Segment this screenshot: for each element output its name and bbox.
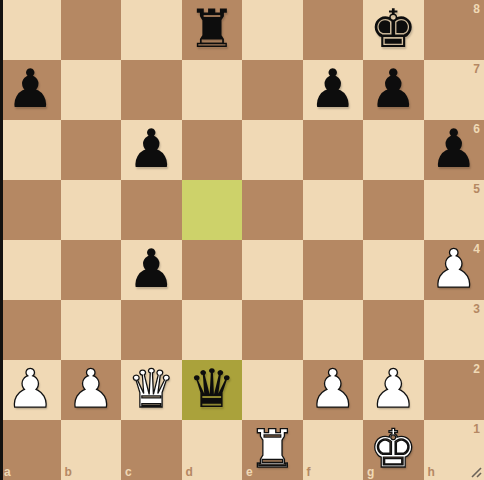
square-d5[interactable] (182, 180, 243, 240)
square-e5[interactable] (242, 180, 303, 240)
square-h6[interactable]: ♟6 (424, 120, 484, 180)
square-a5[interactable] (0, 180, 61, 240)
square-c2[interactable]: ♛ (121, 360, 182, 420)
square-e4[interactable] (242, 240, 303, 300)
piece-black-rook[interactable]: ♜ (188, 0, 236, 59)
rank-label-8: 8 (473, 3, 480, 15)
square-e3[interactable] (242, 300, 303, 360)
square-c5[interactable] (121, 180, 182, 240)
square-f5[interactable] (303, 180, 364, 240)
file-label-h: h (428, 466, 435, 478)
piece-white-pawn[interactable]: ♟ (369, 359, 417, 419)
square-b5[interactable] (61, 180, 122, 240)
chess-app-window: ♜♚8♟♟♟7♟♟65♟♟43♟♟♛♛♟♟2abcd♜ef♚g1h (0, 0, 484, 480)
square-a2[interactable]: ♟ (0, 360, 61, 420)
piece-black-pawn[interactable]: ♟ (309, 59, 357, 119)
chess-board: ♜♚8♟♟♟7♟♟65♟♟43♟♟♛♛♟♟2abcd♜ef♚g1h (0, 0, 484, 480)
square-d4[interactable] (182, 240, 243, 300)
square-g6[interactable] (363, 120, 424, 180)
square-b4[interactable] (61, 240, 122, 300)
square-g7[interactable]: ♟ (363, 60, 424, 120)
square-g5[interactable] (363, 180, 424, 240)
square-d2[interactable]: ♛ (182, 360, 243, 420)
square-d3[interactable] (182, 300, 243, 360)
square-c4[interactable]: ♟ (121, 240, 182, 300)
square-c6[interactable]: ♟ (121, 120, 182, 180)
square-b6[interactable] (61, 120, 122, 180)
square-e6[interactable] (242, 120, 303, 180)
square-g8[interactable]: ♚ (363, 0, 424, 60)
square-e8[interactable] (242, 0, 303, 60)
rank-label-7: 7 (473, 63, 480, 75)
square-h7[interactable]: 7 (424, 60, 484, 120)
square-g3[interactable] (363, 300, 424, 360)
square-e2[interactable] (242, 360, 303, 420)
piece-black-pawn[interactable]: ♟ (6, 59, 54, 119)
square-a7[interactable]: ♟ (0, 60, 61, 120)
square-c3[interactable] (121, 300, 182, 360)
square-g4[interactable] (363, 240, 424, 300)
piece-black-pawn[interactable]: ♟ (127, 239, 175, 299)
piece-white-rook[interactable]: ♜ (248, 419, 296, 479)
square-d6[interactable] (182, 120, 243, 180)
file-label-f: f (307, 466, 311, 478)
square-c8[interactable] (121, 0, 182, 60)
piece-white-pawn[interactable]: ♟ (430, 239, 478, 299)
piece-black-pawn[interactable]: ♟ (127, 119, 175, 179)
square-f6[interactable] (303, 120, 364, 180)
square-e1[interactable]: ♜e (242, 420, 303, 480)
piece-white-queen[interactable]: ♛ (127, 359, 175, 419)
square-d1[interactable]: d (182, 420, 243, 480)
square-a3[interactable] (0, 300, 61, 360)
rank-label-3: 3 (473, 303, 480, 315)
square-f1[interactable]: f (303, 420, 364, 480)
square-a8[interactable] (0, 0, 61, 60)
square-f7[interactable]: ♟ (303, 60, 364, 120)
square-b3[interactable] (61, 300, 122, 360)
square-c7[interactable] (121, 60, 182, 120)
square-b2[interactable]: ♟ (61, 360, 122, 420)
file-label-d: d (186, 466, 193, 478)
piece-black-king[interactable]: ♚ (369, 0, 417, 59)
square-c1[interactable]: c (121, 420, 182, 480)
square-a1[interactable]: a (0, 420, 61, 480)
square-d7[interactable] (182, 60, 243, 120)
square-g1[interactable]: ♚g (363, 420, 424, 480)
file-label-a: a (4, 466, 11, 478)
square-f2[interactable]: ♟ (303, 360, 364, 420)
square-a4[interactable] (0, 240, 61, 300)
rank-label-1: 1 (473, 423, 480, 435)
square-d8[interactable]: ♜ (182, 0, 243, 60)
board-resize-handle-icon[interactable] (469, 465, 483, 479)
piece-white-pawn[interactable]: ♟ (67, 359, 115, 419)
square-g2[interactable]: ♟ (363, 360, 424, 420)
file-label-b: b (65, 466, 72, 478)
rank-label-2: 2 (473, 363, 480, 375)
square-h5[interactable]: 5 (424, 180, 484, 240)
square-h2[interactable]: 2 (424, 360, 484, 420)
square-b1[interactable]: b (61, 420, 122, 480)
file-label-c: c (125, 466, 132, 478)
piece-black-pawn[interactable]: ♟ (369, 59, 417, 119)
rank-label-5: 5 (473, 183, 480, 195)
piece-black-queen[interactable]: ♛ (188, 359, 236, 419)
square-b7[interactable] (61, 60, 122, 120)
piece-white-pawn[interactable]: ♟ (6, 359, 54, 419)
square-h4[interactable]: ♟4 (424, 240, 484, 300)
piece-black-pawn[interactable]: ♟ (430, 119, 478, 179)
window-edge-strip (0, 0, 3, 480)
square-b8[interactable] (61, 0, 122, 60)
square-f4[interactable] (303, 240, 364, 300)
piece-white-king[interactable]: ♚ (369, 419, 417, 479)
piece-white-pawn[interactable]: ♟ (309, 359, 357, 419)
square-f3[interactable] (303, 300, 364, 360)
square-a6[interactable] (0, 120, 61, 180)
square-h8[interactable]: 8 (424, 0, 484, 60)
square-e7[interactable] (242, 60, 303, 120)
square-f8[interactable] (303, 0, 364, 60)
square-h3[interactable]: 3 (424, 300, 484, 360)
